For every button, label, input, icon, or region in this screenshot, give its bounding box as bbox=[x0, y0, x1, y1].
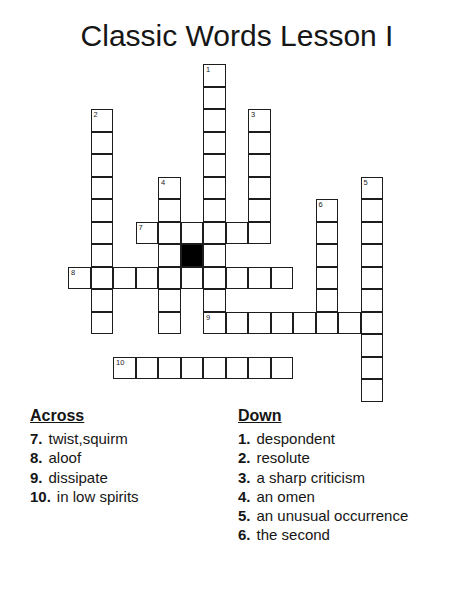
grid-cell[interactable] bbox=[158, 267, 181, 290]
down-clue-3: 3.a sharp criticism bbox=[238, 468, 470, 487]
grid-cell[interactable] bbox=[181, 222, 204, 245]
grid-cell[interactable] bbox=[248, 132, 271, 155]
grid-cell[interactable] bbox=[203, 87, 226, 110]
grid-cell[interactable]: 4 bbox=[158, 177, 181, 200]
grid-cell[interactable] bbox=[226, 267, 249, 290]
grid-cell[interactable] bbox=[203, 289, 226, 312]
down-clue-4: 4.an omen bbox=[238, 487, 470, 506]
cell-number: 3 bbox=[251, 111, 255, 119]
grid-cell[interactable]: 2 bbox=[91, 109, 114, 132]
grid-cell[interactable] bbox=[181, 267, 204, 290]
across-clue-10: 10.in low spirits bbox=[30, 487, 230, 506]
cell-number: 10 bbox=[116, 359, 124, 367]
grid-cell[interactable] bbox=[316, 312, 339, 335]
grid-cell[interactable] bbox=[158, 222, 181, 245]
cell-number: 4 bbox=[161, 179, 165, 187]
grid-cell[interactable] bbox=[248, 222, 271, 245]
grid-cell[interactable]: 6 bbox=[316, 199, 339, 222]
grid-cell[interactable] bbox=[136, 357, 159, 380]
grid-cell[interactable] bbox=[271, 357, 294, 380]
grid-cell[interactable] bbox=[91, 199, 114, 222]
grid-cell[interactable] bbox=[203, 154, 226, 177]
grid-cell[interactable] bbox=[203, 132, 226, 155]
grid-cell[interactable] bbox=[248, 154, 271, 177]
grid-cell[interactable]: 9 bbox=[203, 312, 226, 335]
grid-cell[interactable] bbox=[293, 312, 316, 335]
clue-text: despondent bbox=[257, 430, 335, 447]
grid-cell[interactable]: 10 bbox=[113, 357, 136, 380]
clue-text: an omen bbox=[257, 488, 315, 505]
grid-cell[interactable] bbox=[248, 177, 271, 200]
clue-number: 7. bbox=[30, 430, 43, 447]
grid-cell[interactable] bbox=[271, 267, 294, 290]
down-clue-list: 1.despondent2.resolute3.a sharp criticis… bbox=[238, 429, 470, 545]
grid-cell[interactable] bbox=[248, 312, 271, 335]
grid-cell[interactable] bbox=[203, 109, 226, 132]
grid-cell[interactable] bbox=[226, 357, 249, 380]
grid-cell[interactable] bbox=[91, 222, 114, 245]
grid-cell[interactable] bbox=[158, 199, 181, 222]
grid-cell[interactable] bbox=[91, 267, 114, 290]
grid-cell[interactable] bbox=[316, 222, 339, 245]
grid-cell[interactable] bbox=[271, 312, 294, 335]
grid-cell[interactable] bbox=[361, 379, 384, 402]
grid-cell[interactable]: 7 bbox=[136, 222, 159, 245]
clue-text: the second bbox=[257, 526, 330, 543]
grid-cell[interactable] bbox=[158, 357, 181, 380]
across-clues-section: Across 7.twist,squirm8.aloof9.dissipate1… bbox=[30, 407, 230, 506]
grid-cell[interactable] bbox=[203, 199, 226, 222]
clue-number: 1. bbox=[238, 430, 251, 447]
cell-number: 9 bbox=[206, 314, 210, 322]
grid-cell[interactable]: 1 bbox=[203, 64, 226, 87]
grid-cell[interactable] bbox=[226, 312, 249, 335]
grid-cell[interactable] bbox=[158, 312, 181, 335]
cell-number: 7 bbox=[139, 224, 143, 232]
grid-cell[interactable] bbox=[113, 267, 136, 290]
puzzle-title: Classic Words Lesson I bbox=[0, 19, 474, 53]
grid-cell[interactable] bbox=[203, 244, 226, 267]
grid-cell[interactable] bbox=[158, 289, 181, 312]
clue-number: 4. bbox=[238, 488, 251, 505]
grid-cell[interactable] bbox=[91, 154, 114, 177]
grid-cell[interactable] bbox=[158, 244, 181, 267]
down-header: Down bbox=[238, 407, 470, 425]
cell-number: 1 bbox=[206, 66, 210, 74]
grid-cell[interactable] bbox=[136, 267, 159, 290]
grid-cell[interactable] bbox=[91, 289, 114, 312]
grid-cell[interactable] bbox=[361, 222, 384, 245]
grid-cell[interactable] bbox=[248, 199, 271, 222]
cell-number: 5 bbox=[364, 179, 368, 187]
cell-number: 8 bbox=[71, 269, 75, 277]
clue-text: an unusual occurrence bbox=[257, 507, 409, 524]
grid-cell[interactable]: 3 bbox=[248, 109, 271, 132]
grid-cell[interactable] bbox=[203, 222, 226, 245]
across-clue-7: 7.twist,squirm bbox=[30, 429, 230, 448]
down-clue-1: 1.despondent bbox=[238, 429, 470, 448]
grid-cell[interactable] bbox=[248, 267, 271, 290]
grid-cell[interactable] bbox=[316, 244, 339, 267]
page: Classic Words Lesson I 12345678910 Acros… bbox=[0, 0, 474, 613]
grid-cell[interactable] bbox=[338, 312, 361, 335]
grid-cell[interactable] bbox=[226, 222, 249, 245]
grid-cell[interactable] bbox=[361, 289, 384, 312]
grid-cell[interactable] bbox=[316, 267, 339, 290]
grid-cell[interactable]: 5 bbox=[361, 177, 384, 200]
clue-number: 10. bbox=[30, 488, 51, 505]
grid-cell[interactable] bbox=[361, 199, 384, 222]
across-header: Across bbox=[30, 407, 230, 425]
across-clue-8: 8.aloof bbox=[30, 448, 230, 467]
clue-number: 9. bbox=[30, 469, 43, 486]
clue-text: resolute bbox=[257, 449, 310, 466]
grid-cell[interactable] bbox=[91, 177, 114, 200]
clue-text: in low spirits bbox=[57, 488, 139, 505]
cell-number: 6 bbox=[319, 201, 323, 209]
grid-cell[interactable] bbox=[91, 244, 114, 267]
clue-text: aloof bbox=[49, 449, 82, 466]
grid-cell[interactable] bbox=[91, 312, 114, 335]
grid-cell[interactable] bbox=[361, 334, 384, 357]
grid-cell[interactable] bbox=[361, 312, 384, 335]
down-clue-2: 2.resolute bbox=[238, 448, 470, 467]
crossword-grid: 12345678910 bbox=[68, 64, 383, 402]
grid-cell[interactable] bbox=[91, 132, 114, 155]
across-clue-9: 9.dissipate bbox=[30, 468, 230, 487]
block-cell bbox=[181, 244, 204, 267]
clue-number: 6. bbox=[238, 526, 251, 543]
grid-cell[interactable] bbox=[361, 267, 384, 290]
down-clue-6: 6.the second bbox=[238, 525, 470, 544]
clue-number: 5. bbox=[238, 507, 251, 524]
down-clue-5: 5.an unusual occurrence bbox=[238, 506, 470, 525]
clue-number: 3. bbox=[238, 469, 251, 486]
grid-cell[interactable] bbox=[181, 357, 204, 380]
grid-cell[interactable]: 8 bbox=[68, 267, 91, 290]
clue-number: 2. bbox=[238, 449, 251, 466]
clue-text: twist,squirm bbox=[49, 430, 128, 447]
grid-cell[interactable] bbox=[203, 177, 226, 200]
clue-text: a sharp criticism bbox=[257, 469, 365, 486]
grid-cell[interactable] bbox=[203, 357, 226, 380]
grid-cell[interactable] bbox=[316, 289, 339, 312]
cell-number: 2 bbox=[94, 111, 98, 119]
grid-cell[interactable] bbox=[203, 267, 226, 290]
across-clue-list: 7.twist,squirm8.aloof9.dissipate10.in lo… bbox=[30, 429, 230, 506]
grid-cell[interactable] bbox=[361, 357, 384, 380]
down-clues-section: Down 1.despondent2.resolute3.a sharp cri… bbox=[238, 407, 470, 545]
grid-cell[interactable] bbox=[361, 244, 384, 267]
clue-number: 8. bbox=[30, 449, 43, 466]
clue-text: dissipate bbox=[49, 469, 108, 486]
grid-cell[interactable] bbox=[248, 357, 271, 380]
